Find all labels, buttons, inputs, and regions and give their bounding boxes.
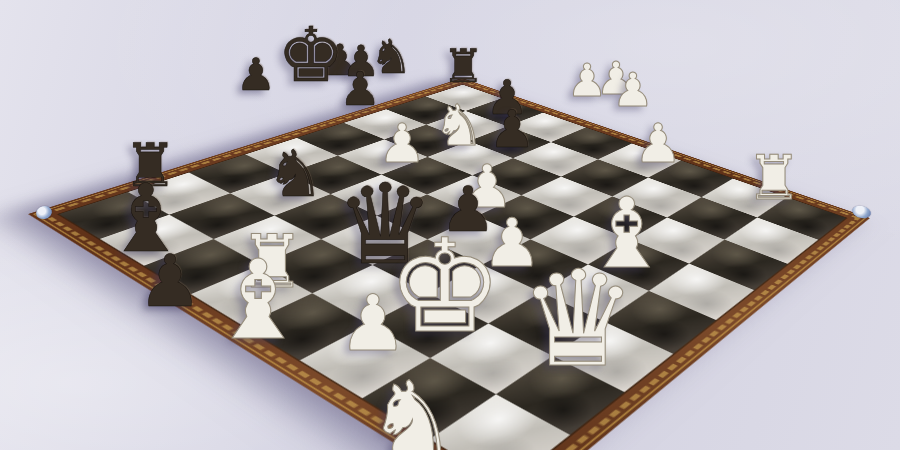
captured-black-pawn: ♟ [236, 53, 276, 98]
captured-black-knight: ♞ [370, 33, 412, 80]
captured-white-pawn: ♟ [596, 56, 636, 101]
captured-black-king: ♚ [277, 18, 344, 93]
captured-black-pawn: ♟ [342, 40, 380, 83]
chess-photo-scene: ♚♛♜♜♝♝♞♞♟♟♟♟♟♜♜♝♞♛♟♟♟♟♟♚♟♟♞♟♟♟♟ [0, 0, 900, 450]
board-grid [59, 85, 846, 450]
captured-black-pawn: ♟ [321, 39, 359, 82]
chess-board [28, 78, 870, 450]
captured-white-pawn: ♟ [567, 58, 608, 103]
captured-white-pawn: ♟ [612, 67, 654, 114]
